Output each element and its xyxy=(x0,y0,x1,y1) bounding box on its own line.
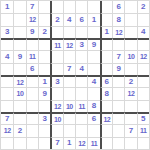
cell-r8c1[interactable] xyxy=(1,87,13,99)
cell-r12c2[interactable] xyxy=(13,137,25,149)
cell-r11c12[interactable]: 11 xyxy=(137,124,149,136)
cell-r9c8[interactable]: 8 xyxy=(87,100,99,112)
cell-r8c8[interactable] xyxy=(87,87,99,99)
given-digit: 5 xyxy=(141,115,145,123)
given-digit: 7 xyxy=(30,3,34,11)
sudoku-board: 1762122461839211241112394911710126749121… xyxy=(0,0,150,150)
cell-r1c10[interactable]: 6 xyxy=(112,1,124,13)
cell-r8c3[interactable] xyxy=(26,87,38,99)
cell-r4c6[interactable]: 12 xyxy=(63,38,75,50)
cell-r5c11[interactable]: 10 xyxy=(124,50,136,62)
given-digit: 12 xyxy=(78,140,85,147)
cell-r5c10[interactable]: 7 xyxy=(112,50,124,62)
cell-r12c11[interactable] xyxy=(124,137,136,149)
cell-r4c11[interactable] xyxy=(124,38,136,50)
cell-r3c6[interactable] xyxy=(63,26,75,38)
cell-r7c2[interactable]: 12 xyxy=(13,75,25,87)
given-digit: 1 xyxy=(105,28,109,36)
cell-r6c12[interactable] xyxy=(137,63,149,75)
cell-r1c4[interactable] xyxy=(38,1,50,13)
given-digit: 1 xyxy=(42,78,46,86)
given-digit: 2 xyxy=(141,3,145,11)
given-digit: 12 xyxy=(140,53,147,60)
cell-r2c4[interactable] xyxy=(38,13,50,25)
cell-r3c7[interactable] xyxy=(75,26,87,38)
cell-r5c9[interactable] xyxy=(100,50,112,62)
cell-r3c12[interactable]: 4 xyxy=(137,26,149,38)
cell-r1c6[interactable] xyxy=(63,1,75,13)
cell-r8c2[interactable]: 10 xyxy=(13,87,25,99)
cell-r2c6[interactable]: 4 xyxy=(63,13,75,25)
given-digit: 12 xyxy=(17,79,24,86)
cell-r10c9[interactable]: 12 xyxy=(100,112,112,124)
given-digit: 12 xyxy=(4,127,11,134)
cell-r2c12[interactable] xyxy=(137,13,149,25)
cell-r12c3[interactable] xyxy=(26,137,38,149)
given-digit: 3 xyxy=(5,28,9,36)
cell-r8c9[interactable]: 8 xyxy=(100,87,112,99)
cell-r11c8[interactable] xyxy=(87,124,99,136)
cell-r10c6[interactable] xyxy=(63,112,75,124)
given-digit: 7 xyxy=(55,139,59,147)
given-digit: 12 xyxy=(29,16,36,23)
given-digit: 12 xyxy=(128,90,135,97)
given-digit: 11 xyxy=(29,53,35,60)
cell-r9c11[interactable] xyxy=(124,100,136,112)
cell-r3c11[interactable] xyxy=(124,26,136,38)
given-digit: 9 xyxy=(30,28,34,36)
cell-r9c6[interactable]: 10 xyxy=(63,100,75,112)
cell-r12c6[interactable]: 1 xyxy=(63,137,75,149)
given-digit: 8 xyxy=(105,90,109,98)
given-digit: 11 xyxy=(140,127,146,134)
cell-r5c2[interactable]: 9 xyxy=(13,50,25,62)
given-digit: 9 xyxy=(42,90,46,98)
cell-r12c1[interactable] xyxy=(1,137,13,149)
cell-r10c5[interactable]: 10 xyxy=(50,112,62,124)
cell-r3c8[interactable] xyxy=(87,26,99,38)
given-digit: 4 xyxy=(141,28,145,36)
cell-r10c2[interactable] xyxy=(13,112,25,124)
cell-r1c12[interactable]: 2 xyxy=(137,1,149,13)
cell-r7c9[interactable]: 6 xyxy=(100,75,112,87)
cell-r5c12[interactable]: 12 xyxy=(137,50,149,62)
given-digit: 6 xyxy=(79,16,83,24)
cell-r8c11[interactable]: 12 xyxy=(124,87,136,99)
cell-r7c7[interactable] xyxy=(75,75,87,87)
cell-r7c12[interactable] xyxy=(137,75,149,87)
cell-r9c12[interactable] xyxy=(137,100,149,112)
cell-r4c2[interactable] xyxy=(13,38,25,50)
cell-r11c3[interactable] xyxy=(26,124,38,136)
given-digit: 12 xyxy=(54,103,61,110)
cell-r2c1[interactable] xyxy=(1,13,13,25)
cell-r10c8[interactable]: 6 xyxy=(87,112,99,124)
cell-r6c9[interactable] xyxy=(100,63,112,75)
cell-r6c3[interactable]: 6 xyxy=(26,63,38,75)
cell-r6c11[interactable] xyxy=(124,63,136,75)
cell-r9c10[interactable] xyxy=(112,100,124,112)
cell-r6c6[interactable]: 7 xyxy=(63,63,75,75)
cell-r10c4[interactable]: 3 xyxy=(38,112,50,124)
cell-r4c4[interactable] xyxy=(38,38,50,50)
given-digit: 10 xyxy=(66,103,73,110)
cell-r10c11[interactable] xyxy=(124,112,136,124)
given-digit: 7 xyxy=(5,115,9,123)
cell-r7c5[interactable]: 3 xyxy=(50,75,62,87)
cell-r6c5[interactable] xyxy=(50,63,62,75)
cell-r5c3[interactable]: 11 xyxy=(26,50,38,62)
given-digit: 1 xyxy=(92,16,96,24)
given-digit: 11 xyxy=(91,140,97,147)
cell-r2c7[interactable]: 6 xyxy=(75,13,87,25)
cell-r1c8[interactable] xyxy=(87,1,99,13)
cell-r12c8[interactable]: 11 xyxy=(87,137,99,149)
cell-r1c5[interactable] xyxy=(50,1,62,13)
cell-r12c10[interactable] xyxy=(112,137,124,149)
cell-r2c3[interactable]: 12 xyxy=(26,13,38,25)
cell-r11c11[interactable]: 7 xyxy=(124,124,136,136)
given-digit: 2 xyxy=(42,28,46,36)
cell-r4c5[interactable]: 11 xyxy=(50,38,62,50)
cell-r2c5[interactable]: 2 xyxy=(50,13,62,25)
given-digit: 8 xyxy=(116,16,120,24)
cell-r3c1[interactable]: 3 xyxy=(1,26,13,38)
cell-r8c6[interactable] xyxy=(63,87,75,99)
given-digit: 4 xyxy=(79,65,83,73)
cell-r7c6[interactable] xyxy=(63,75,75,87)
cell-r12c12[interactable] xyxy=(137,137,149,149)
given-digit: 10 xyxy=(54,116,61,123)
cell-r5c4[interactable] xyxy=(38,50,50,62)
cell-r4c8[interactable]: 9 xyxy=(87,38,99,50)
cell-r11c9[interactable] xyxy=(100,124,112,136)
given-digit: 3 xyxy=(55,78,59,86)
cell-r11c7[interactable] xyxy=(75,124,87,136)
cell-r5c6[interactable] xyxy=(63,50,75,62)
cell-r2c8[interactable]: 1 xyxy=(87,13,99,25)
cell-r2c2[interactable] xyxy=(13,13,25,25)
cell-r3c2[interactable] xyxy=(13,26,25,38)
cell-r1c1[interactable]: 1 xyxy=(1,1,13,13)
cell-r2c9[interactable] xyxy=(100,13,112,25)
given-digit: 12 xyxy=(103,116,110,123)
cell-r1c9[interactable] xyxy=(100,1,112,13)
cell-r3c3[interactable]: 9 xyxy=(26,26,38,38)
cell-r8c4[interactable]: 9 xyxy=(38,87,50,99)
cell-r9c4[interactable] xyxy=(38,100,50,112)
cell-r7c3[interactable] xyxy=(26,75,38,87)
cell-r10c3[interactable] xyxy=(26,112,38,124)
cell-r12c9[interactable] xyxy=(100,137,112,149)
cell-r9c9[interactable] xyxy=(100,100,112,112)
cell-r1c2[interactable] xyxy=(13,1,25,13)
cell-r3c5[interactable] xyxy=(50,26,62,38)
cell-r4c9[interactable] xyxy=(100,38,112,50)
given-digit: 9 xyxy=(116,65,120,73)
cell-r7c10[interactable] xyxy=(112,75,124,87)
cell-r11c5[interactable] xyxy=(50,124,62,136)
cell-r3c4[interactable]: 2 xyxy=(38,26,50,38)
given-digit: 10 xyxy=(17,90,24,97)
given-digit: 2 xyxy=(55,16,59,24)
cell-r9c3[interactable] xyxy=(26,100,38,112)
cell-r11c1[interactable]: 12 xyxy=(1,124,13,136)
cell-r11c6[interactable] xyxy=(63,124,75,136)
given-digit: 8 xyxy=(92,102,96,110)
given-digit: 12 xyxy=(115,29,122,36)
given-digit: 6 xyxy=(30,65,34,73)
given-digit: 2 xyxy=(18,127,22,135)
cell-r6c1[interactable] xyxy=(1,63,13,75)
given-digit: 6 xyxy=(105,78,109,86)
cell-r4c1[interactable] xyxy=(1,38,13,50)
given-digit: 7 xyxy=(67,65,71,73)
cell-r3c9[interactable]: 1 xyxy=(100,26,112,38)
cell-r11c4[interactable] xyxy=(38,124,50,136)
cell-r5c1[interactable]: 4 xyxy=(1,50,13,62)
given-digit: 3 xyxy=(79,41,83,49)
cell-r1c7[interactable] xyxy=(75,1,87,13)
cell-r1c3[interactable]: 7 xyxy=(26,1,38,13)
cell-r6c8[interactable] xyxy=(87,63,99,75)
cell-r7c8[interactable]: 4 xyxy=(87,75,99,87)
cell-r5c8[interactable] xyxy=(87,50,99,62)
cell-r8c7[interactable] xyxy=(75,87,87,99)
cell-r12c4[interactable] xyxy=(38,137,50,149)
cell-r9c5[interactable]: 12 xyxy=(50,100,62,112)
cell-r2c11[interactable] xyxy=(124,13,136,25)
cell-r4c7[interactable]: 3 xyxy=(75,38,87,50)
given-digit: 11 xyxy=(54,42,60,49)
given-digit: 9 xyxy=(18,53,22,61)
given-digit: 1 xyxy=(5,3,9,11)
given-digit: 6 xyxy=(116,3,120,11)
given-digit: 3 xyxy=(42,115,46,123)
cell-r10c12[interactable]: 5 xyxy=(137,112,149,124)
cell-r6c10[interactable]: 9 xyxy=(112,63,124,75)
cell-r7c4[interactable]: 1 xyxy=(38,75,50,87)
cell-r8c10[interactable] xyxy=(112,87,124,99)
cell-r7c11[interactable]: 2 xyxy=(124,75,136,87)
cell-r12c7[interactable]: 12 xyxy=(75,137,87,149)
cell-r12c5[interactable]: 7 xyxy=(50,137,62,149)
cell-r11c2[interactable]: 2 xyxy=(13,124,25,136)
cell-r2c10[interactable]: 8 xyxy=(112,13,124,25)
given-digit: 7 xyxy=(129,127,133,135)
cell-r10c1[interactable]: 7 xyxy=(1,112,13,124)
cell-r4c3[interactable] xyxy=(26,38,38,50)
given-digit: 7 xyxy=(116,53,120,61)
cell-r9c2[interactable] xyxy=(13,100,25,112)
cell-r7c1[interactable] xyxy=(1,75,13,87)
cell-r9c7[interactable]: 11 xyxy=(75,100,87,112)
given-digit: 6 xyxy=(92,115,96,123)
given-digit: 9 xyxy=(92,41,96,49)
given-digit: 12 xyxy=(66,42,73,49)
cell-r10c7[interactable] xyxy=(75,112,87,124)
given-digit: 4 xyxy=(5,53,9,61)
cell-r6c2[interactable] xyxy=(13,63,25,75)
cell-r6c7[interactable]: 4 xyxy=(75,63,87,75)
cell-r9c1[interactable] xyxy=(1,100,13,112)
cell-r1c11[interactable] xyxy=(124,1,136,13)
given-digit: 1 xyxy=(67,139,71,147)
cell-r8c5[interactable] xyxy=(50,87,62,99)
given-digit: 11 xyxy=(78,103,84,110)
cell-r8c12[interactable] xyxy=(137,87,149,99)
cell-r5c7[interactable] xyxy=(75,50,87,62)
given-digit: 4 xyxy=(67,16,71,24)
cell-r3c10[interactable]: 12 xyxy=(112,26,124,38)
cell-r4c10[interactable] xyxy=(112,38,124,50)
given-digit: 10 xyxy=(128,53,135,60)
given-digit: 2 xyxy=(129,78,133,86)
cell-r5c5[interactable] xyxy=(50,50,62,62)
cell-r4c12[interactable] xyxy=(137,38,149,50)
given-digit: 4 xyxy=(92,78,96,86)
cell-r11c10[interactable] xyxy=(112,124,124,136)
cell-r10c10[interactable] xyxy=(112,112,124,124)
cell-r6c4[interactable] xyxy=(38,63,50,75)
